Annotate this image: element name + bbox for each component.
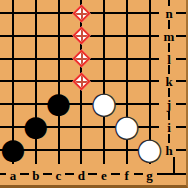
coord-dash-right-ih	[168, 134, 170, 143]
marked-point-d-l	[72, 49, 90, 67]
black-stone-a-h: ●	[2, 138, 25, 161]
marker-cross-icon	[75, 29, 88, 42]
white-stone-e-j: ●	[93, 92, 116, 115]
coord-label-row-n: n	[165, 7, 172, 20]
coord-dash-after-j	[176, 103, 186, 105]
coord-dash-right-lk	[168, 65, 170, 74]
marked-point-d-m	[72, 27, 90, 45]
coord-label-col-a: a	[10, 169, 17, 182]
coord-dash-after-h	[176, 149, 186, 151]
coord-dash-after-m	[176, 35, 186, 37]
marker-cross-icon	[75, 7, 88, 20]
coord-dash-after-k	[176, 80, 186, 82]
coord-dash-after-l	[176, 58, 186, 60]
coord-label-col-f: f	[125, 169, 129, 182]
board-edge-line-right	[173, 157, 175, 175]
black-stone-b-i: ●	[24, 115, 47, 138]
coord-label-col-g: g	[146, 169, 153, 182]
white-stone-g-h: ●	[138, 138, 161, 161]
go-board: abcdefgnmlkjih●●●●●●	[0, 0, 186, 185]
coord-dash-right-ml	[168, 43, 170, 52]
coord-label-col-d: d	[78, 169, 85, 182]
coord-dash-bottom-lead	[0, 173, 6, 175]
coord-label-row-h: h	[165, 143, 172, 156]
marked-point-d-k	[72, 72, 90, 90]
coord-label-col-c: c	[56, 169, 62, 182]
white-stone-f-i: ●	[115, 115, 138, 138]
coord-label-row-i: i	[167, 120, 171, 133]
coord-dash-right-top	[168, 0, 170, 6]
coord-label-row-j: j	[167, 98, 171, 111]
coord-dash-after-n	[176, 12, 186, 14]
grid-line-row-j	[0, 103, 159, 105]
coord-dash-bottom-fg	[134, 173, 143, 175]
marked-point-d-n	[72, 4, 90, 22]
coord-dash-after-i	[176, 126, 186, 128]
coord-label-col-e: e	[101, 169, 107, 182]
coord-dash-right-kj	[168, 88, 170, 97]
coord-dash-bottom-de	[88, 173, 97, 175]
coord-label-row-k: k	[165, 75, 172, 88]
coord-label-col-b: b	[32, 169, 39, 182]
coord-dash-bottom-ab	[20, 173, 29, 175]
black-stone-c-j: ●	[47, 92, 70, 115]
coord-dash-right-ji	[168, 111, 170, 120]
coord-dash-bottom-ef	[111, 173, 120, 175]
board-edge-line-bottom	[157, 173, 186, 175]
coord-dash-bottom-bc	[43, 173, 52, 175]
marker-cross-icon	[75, 75, 88, 88]
marker-cross-icon	[75, 52, 88, 65]
go-diagram: abcdefgnmlkjih●●●●●●	[0, 0, 188, 188]
coord-label-row-l: l	[167, 52, 171, 65]
coord-dash-right-nm	[168, 20, 170, 29]
coord-dash-bottom-cd	[65, 173, 74, 175]
coord-label-row-m: m	[164, 29, 175, 42]
